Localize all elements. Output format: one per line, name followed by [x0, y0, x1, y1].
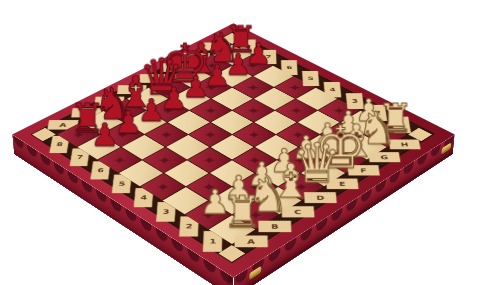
board-rim: ABCDEFGH 87654321 ✦♜♞✦♝♛✦♚♝✦♞♜♟✦♟♟✦♟♟✦♟♟… — [12, 23, 455, 277]
square-g6[interactable]: ✦ — [233, 77, 273, 99]
file-label-f: F — [161, 63, 190, 71]
file-label-g: G — [182, 53, 210, 61]
product-photo: ABCDEFGH 87654321 ✦♜♞✦♝♛✦♚♝✦♞♜♟✦♟♟✦♟♟✦♟♟… — [0, 0, 480, 285]
file-label-e: E — [139, 74, 168, 83]
square-engraving: ✦ — [148, 151, 180, 169]
coordinate-frame: ABCDEFGH 87654321 ✦♜♞✦♝♛✦♚♝✦♞♜♟✦♟♟✦♟♟✦♟♟… — [31, 32, 435, 263]
brass-clasp-left — [249, 266, 261, 281]
rank-label-7: 7 — [260, 50, 276, 64]
rank-label-6: 6 — [91, 161, 111, 179]
rank-label-8: 8 — [240, 39, 256, 53]
chess-box: ABCDEFGH 87654321 ✦♜♞✦♝♛✦♚♝✦♞♜♟✦♟♟✦♟♟✦♟♟… — [12, 23, 455, 277]
file-label-d: D — [117, 85, 147, 94]
scene: ABCDEFGH 87654321 ✦♜♞✦♝♛✦♚♝✦♞♜♟✦♟♟✦♟♟✦♟♟… — [77, 0, 390, 285]
rank-label-4: 4 — [324, 82, 342, 97]
square-engraving: ✦ — [195, 126, 225, 143]
file-label-b: B — [258, 221, 291, 232]
file-label-h: H — [203, 42, 231, 50]
rank-label-6: 6 — [281, 60, 298, 75]
rank-label-5: 5 — [302, 71, 319, 86]
square-b6[interactable] — [122, 135, 165, 160]
red-pawn[interactable]: ♟ — [90, 119, 120, 151]
white-rook[interactable]: ♜ — [222, 190, 255, 234]
brass-clasp-right — [441, 142, 451, 155]
